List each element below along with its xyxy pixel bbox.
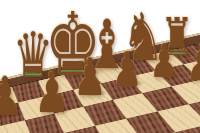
pawn-glyph: ♟	[112, 45, 143, 93]
pawn-glyph: ♟	[0, 70, 22, 124]
pawn-glyph: ♟	[186, 38, 200, 88]
pawn-glyph: ♟	[73, 51, 107, 103]
pawn-glyph: ♟	[149, 38, 179, 84]
pawn-glyph: ♟	[34, 65, 70, 121]
pieces-layer: ♜♞♝♚♛♟♟♟♟♟♟	[0, 0, 200, 133]
chess-photo-scene: ♜♞♝♚♛♟♟♟♟♟♟	[0, 0, 200, 133]
